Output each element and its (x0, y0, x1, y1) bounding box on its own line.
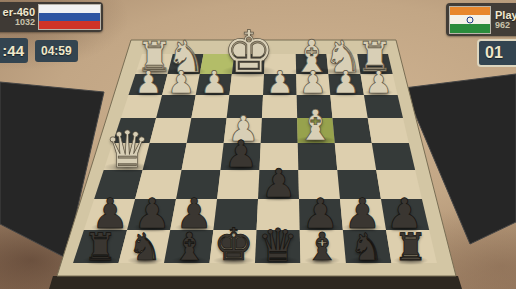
piece-black-rook-a8[interactable]: ♜ (394, 229, 428, 267)
clock-left-main: :44 (0, 38, 28, 63)
piece-black-pawn-d6[interactable]: ♟ (261, 164, 296, 204)
player-right-rating: 962 (495, 21, 516, 31)
player-left-rating: 1032 (15, 18, 35, 28)
piece-white-pawn-f2[interactable]: ♟ (200, 67, 228, 98)
piece-white-bishop-c4[interactable]: ♝ (297, 105, 335, 147)
player-panel-left: er-460 1032 (0, 2, 103, 32)
piece-black-rook-h8[interactable]: ♜ (84, 229, 118, 267)
piece-black-bishop-c8[interactable]: ♝ (305, 228, 340, 267)
chess-app-screen: ♜♞♝♛♚♝♞♜♟♟♟♟♟♟♟♟♛♝♟♟♟♟♟♟♟♟♜♞♝♚♞♜ er-460 … (0, 0, 516, 289)
piece-black-pawn-e5[interactable]: ♟ (224, 136, 258, 173)
piece-white-pawn-b2[interactable]: ♟ (332, 67, 360, 98)
india-flag-icon (450, 7, 490, 33)
piece-black-knight-b8[interactable]: ♞ (350, 229, 384, 267)
piece-white-pawn-d2[interactable]: ♟ (266, 67, 294, 98)
piece-black-queen-d8[interactable]: ♛ (258, 223, 299, 268)
russia-flag-icon (39, 5, 100, 29)
clock-left-secondary: 04:59 (35, 40, 78, 62)
piece-white-pawn-h2[interactable]: ♟ (134, 67, 162, 98)
piece-white-pawn-g2[interactable]: ♟ (167, 67, 195, 98)
player-panel-right: Playe 962 (446, 3, 516, 36)
player-right-name: Playe (495, 9, 516, 21)
piece-black-bishop-f8[interactable]: ♝ (172, 228, 207, 267)
clock-right-main: 01 (477, 39, 516, 67)
piece-white-pawn-c2[interactable]: ♟ (299, 67, 327, 98)
ashoka-chakra-icon (467, 16, 474, 23)
piece-black-knight-g8[interactable]: ♞ (128, 229, 162, 267)
piece-white-queen-h5[interactable]: ♛ (104, 125, 150, 176)
piece-white-pawn-a2[interactable]: ♟ (365, 67, 393, 98)
piece-black-king-e8[interactable]: ♚ (214, 223, 254, 268)
clocks-left: :44 04:59 (0, 38, 78, 63)
